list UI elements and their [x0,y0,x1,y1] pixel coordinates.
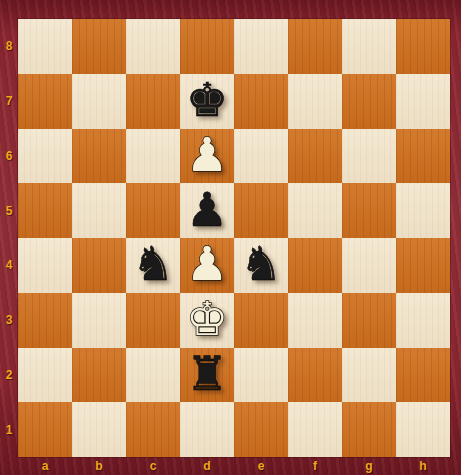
square-a5[interactable] [18,183,72,238]
rank-label-8: 8 [0,19,18,74]
chess-board-frame: ♚♟♟♞♟♞♚♜ 87654321 abcdefgh [0,0,461,475]
square-h5[interactable] [396,183,450,238]
square-c2[interactable] [126,348,180,403]
rank-label-4: 4 [0,238,18,293]
chess-board: ♚♟♟♞♟♞♚♜ [18,19,450,457]
rank-labels: 87654321 [0,19,18,457]
rank-label-2: 2 [0,348,18,403]
file-label-h: h [396,457,450,475]
square-g1[interactable] [342,402,396,457]
square-d7[interactable]: ♚ [180,74,234,129]
square-f5[interactable] [288,183,342,238]
square-a3[interactable] [18,293,72,348]
piece-white-pawn-d6[interactable]: ♟ [186,128,228,182]
square-a8[interactable] [18,19,72,74]
square-c3[interactable] [126,293,180,348]
file-label-a: a [18,457,72,475]
square-e6[interactable] [234,129,288,184]
square-h8[interactable] [396,19,450,74]
square-c4[interactable]: ♞ [126,238,180,293]
square-h2[interactable] [396,348,450,403]
square-d4[interactable]: ♟ [180,238,234,293]
square-g6[interactable] [342,129,396,184]
square-c8[interactable] [126,19,180,74]
square-b4[interactable] [72,238,126,293]
square-h1[interactable] [396,402,450,457]
square-b8[interactable] [72,19,126,74]
rank-label-5: 5 [0,183,18,238]
square-c5[interactable] [126,183,180,238]
square-f4[interactable] [288,238,342,293]
square-f7[interactable] [288,74,342,129]
square-g5[interactable] [342,183,396,238]
square-d8[interactable] [180,19,234,74]
file-label-c: c [126,457,180,475]
square-h3[interactable] [396,293,450,348]
square-g8[interactable] [342,19,396,74]
square-f1[interactable] [288,402,342,457]
square-g3[interactable] [342,293,396,348]
square-e3[interactable] [234,293,288,348]
square-d6[interactable]: ♟ [180,129,234,184]
file-labels: abcdefgh [18,457,450,475]
rank-label-3: 3 [0,293,18,348]
file-label-e: e [234,457,288,475]
square-a6[interactable] [18,129,72,184]
square-a2[interactable] [18,348,72,403]
square-b5[interactable] [72,183,126,238]
square-b2[interactable] [72,348,126,403]
piece-black-knight-c4[interactable]: ♞ [132,237,174,291]
piece-black-pawn-d5[interactable]: ♟ [186,183,228,237]
square-e4[interactable]: ♞ [234,238,288,293]
square-g7[interactable] [342,74,396,129]
square-b1[interactable] [72,402,126,457]
file-label-f: f [288,457,342,475]
square-b6[interactable] [72,129,126,184]
square-e5[interactable] [234,183,288,238]
piece-black-knight-e4[interactable]: ♞ [240,237,282,291]
piece-black-king-d7[interactable]: ♚ [186,73,228,127]
square-e8[interactable] [234,19,288,74]
square-g4[interactable] [342,238,396,293]
square-e7[interactable] [234,74,288,129]
square-f2[interactable] [288,348,342,403]
rank-label-1: 1 [0,402,18,457]
square-h6[interactable] [396,129,450,184]
square-b7[interactable] [72,74,126,129]
file-label-g: g [342,457,396,475]
square-h4[interactable] [396,238,450,293]
piece-black-rook-d2[interactable]: ♜ [186,347,228,401]
rank-label-7: 7 [0,74,18,129]
square-f8[interactable] [288,19,342,74]
piece-white-king-d3[interactable]: ♚ [186,292,228,346]
square-d3[interactable]: ♚ [180,293,234,348]
square-f6[interactable] [288,129,342,184]
piece-white-pawn-d4[interactable]: ♟ [186,237,228,291]
square-e2[interactable] [234,348,288,403]
file-label-d: d [180,457,234,475]
square-d1[interactable] [180,402,234,457]
square-c1[interactable] [126,402,180,457]
square-f3[interactable] [288,293,342,348]
square-a1[interactable] [18,402,72,457]
square-d2[interactable]: ♜ [180,348,234,403]
square-g2[interactable] [342,348,396,403]
square-d5[interactable]: ♟ [180,183,234,238]
square-c6[interactable] [126,129,180,184]
rank-label-6: 6 [0,129,18,184]
square-c7[interactable] [126,74,180,129]
square-e1[interactable] [234,402,288,457]
file-label-b: b [72,457,126,475]
square-b3[interactable] [72,293,126,348]
square-a4[interactable] [18,238,72,293]
square-a7[interactable] [18,74,72,129]
square-h7[interactable] [396,74,450,129]
